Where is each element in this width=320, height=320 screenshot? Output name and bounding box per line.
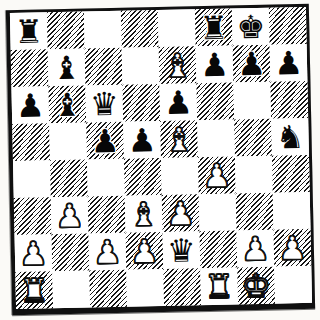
square-a8: ♜: [9, 12, 47, 50]
square-f6: [196, 82, 234, 120]
black-knight-h5: ♞: [275, 120, 304, 153]
square-b5: [49, 123, 87, 161]
square-h1: [274, 266, 312, 304]
black-king-g8: ♚: [236, 10, 265, 43]
white-pawn-c2: ♟: [92, 235, 121, 268]
square-g7: ♟: [232, 45, 270, 83]
square-e7: ♝: [158, 46, 196, 84]
white-pawn-g2: ♟: [240, 232, 269, 265]
black-pawn-d5: ♟: [127, 124, 156, 157]
black-pawn-g7: ♟: [236, 47, 265, 80]
white-rook-f1: ♜: [204, 270, 233, 303]
square-g1: ♚: [237, 267, 275, 305]
square-f2: [199, 230, 237, 268]
square-h3: [272, 192, 310, 230]
square-e1: [163, 268, 201, 306]
square-a2: ♟: [14, 234, 52, 272]
square-e6: ♟: [159, 83, 197, 121]
square-c7: [84, 48, 122, 86]
square-b1: [52, 271, 90, 309]
square-e2: ♛: [162, 231, 200, 269]
white-rook-a1: ♜: [19, 274, 48, 307]
square-h8: [268, 7, 306, 45]
square-g8: ♚: [231, 8, 269, 46]
square-h2: ♟: [273, 229, 311, 267]
black-queen-e2: ♛: [166, 234, 195, 267]
square-b6: ♝: [48, 86, 86, 124]
white-pawn-a2: ♟: [18, 237, 47, 270]
square-d3: ♝: [124, 195, 162, 233]
square-e4: [160, 157, 198, 195]
square-d5: ♟: [123, 121, 161, 159]
square-g4: [234, 156, 272, 194]
black-pawn-f7: ♟: [199, 48, 228, 81]
square-b2: [51, 234, 89, 272]
white-pawn-f4: ♟: [202, 159, 231, 192]
white-bishop-d3: ♝: [128, 198, 157, 231]
black-rook-a8: ♜: [14, 15, 43, 48]
square-h4: [271, 155, 309, 193]
square-a4: [13, 160, 51, 198]
square-d6: [122, 84, 160, 122]
square-h7: ♟: [269, 44, 307, 82]
white-pawn-b3: ♟: [54, 199, 83, 232]
black-pawn-a6: ♟: [15, 89, 44, 122]
board-frame: ♜♜♚♝♝♟♟♟♟♝♛♟♟♟♝♞♟♟♝♟♟♟♟♛♟♟♜♜♚: [5, 4, 314, 315]
black-bishop-b7: ♝: [51, 51, 80, 84]
square-c1: [89, 270, 127, 308]
square-g2: ♟: [236, 230, 274, 268]
square-f3: [198, 193, 236, 231]
square-e8: [157, 9, 195, 47]
black-pawn-c5: ♟: [90, 124, 119, 157]
square-d1: [126, 269, 164, 307]
square-a5: [12, 123, 50, 161]
square-f1: ♜: [200, 267, 238, 305]
square-c2: ♟: [88, 233, 126, 271]
square-f7: ♟: [195, 45, 233, 83]
square-d8: [120, 10, 158, 48]
square-c3: [87, 196, 125, 234]
square-a1: ♜: [15, 271, 53, 309]
white-pawn-e3: ♟: [165, 197, 194, 230]
square-c6: ♛: [85, 85, 123, 123]
square-h5: ♞: [271, 118, 309, 156]
square-d4: [123, 158, 161, 196]
square-e3: ♟: [161, 194, 199, 232]
white-king-g1: ♚: [241, 269, 270, 302]
square-b4: [49, 160, 87, 198]
white-pawn-d2: ♟: [129, 235, 158, 268]
chessboard: ♜♜♚♝♝♟♟♟♟♝♛♟♟♟♝♞♟♟♝♟♟♟♟♛♟♟♜♜♚: [9, 7, 311, 309]
black-queen-c6: ♛: [89, 87, 118, 120]
square-a3: [13, 197, 51, 235]
square-g6: [233, 82, 271, 120]
square-e5: ♝: [160, 120, 198, 158]
white-bishop-e7: ♝: [162, 49, 191, 82]
square-c5: ♟: [86, 122, 124, 160]
square-a7: [10, 49, 48, 87]
square-c8: [83, 11, 121, 49]
square-d2: ♟: [125, 232, 163, 270]
black-rook-f8: ♜: [199, 11, 228, 44]
square-c4: [86, 159, 124, 197]
white-pawn-h2: ♟: [277, 231, 306, 264]
square-b3: ♟: [50, 197, 88, 235]
black-pawn-e6: ♟: [163, 86, 192, 119]
square-f8: ♜: [194, 8, 232, 46]
white-bishop-e5: ♝: [164, 123, 193, 156]
black-bishop-b6: ♝: [52, 88, 81, 121]
black-pawn-h7: ♟: [273, 47, 302, 80]
square-f5: [197, 119, 235, 157]
square-b8: [46, 12, 84, 50]
square-h6: [270, 81, 308, 119]
scanned-chess-diagram: ♜♜♚♝♝♟♟♟♟♝♛♟♟♟♝♞♟♟♝♟♟♟♟♛♟♟♜♜♚: [0, 7, 320, 312]
square-g3: [235, 193, 273, 231]
square-d7: [121, 47, 159, 85]
square-f4: ♟: [197, 156, 235, 194]
square-g5: [234, 119, 272, 157]
square-a6: ♟: [11, 86, 49, 124]
square-b7: ♝: [47, 49, 85, 87]
